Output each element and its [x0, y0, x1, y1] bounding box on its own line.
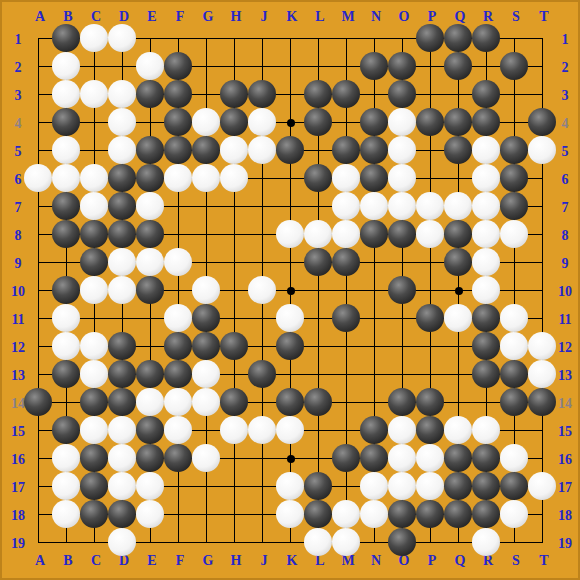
- white-stone-K18[interactable]: [276, 500, 304, 528]
- black-stone-P11[interactable]: [416, 304, 444, 332]
- col-label-bottom-K: K: [278, 551, 306, 571]
- white-stone-J4[interactable]: [248, 108, 276, 136]
- col-label-top-L: L: [306, 7, 334, 27]
- black-stone-B10[interactable]: [52, 276, 80, 304]
- black-stone-D7[interactable]: [108, 192, 136, 220]
- black-stone-C14[interactable]: [80, 388, 108, 416]
- black-stone-F4[interactable]: [164, 108, 192, 136]
- white-stone-E18[interactable]: [136, 500, 164, 528]
- black-stone-S5[interactable]: [500, 136, 528, 164]
- white-stone-G13[interactable]: [192, 360, 220, 388]
- black-stone-Q4[interactable]: [444, 108, 472, 136]
- white-stone-G4[interactable]: [192, 108, 220, 136]
- white-stone-B6[interactable]: [52, 164, 80, 192]
- white-stone-D3[interactable]: [108, 80, 136, 108]
- star-point-K10: [287, 287, 295, 295]
- white-stone-F9[interactable]: [164, 248, 192, 276]
- black-stone-R4[interactable]: [472, 108, 500, 136]
- row-label-left-19: 19: [4, 534, 32, 554]
- black-stone-S13[interactable]: [500, 360, 528, 388]
- black-stone-C17[interactable]: [80, 472, 108, 500]
- white-stone-G14[interactable]: [192, 388, 220, 416]
- white-stone-E9[interactable]: [136, 248, 164, 276]
- star-point-K4: [287, 119, 295, 127]
- black-stone-N5[interactable]: [360, 136, 388, 164]
- white-stone-L19[interactable]: [304, 528, 332, 556]
- black-stone-E6[interactable]: [136, 164, 164, 192]
- row-label-left-3: 3: [4, 86, 32, 106]
- black-stone-Q17[interactable]: [444, 472, 472, 500]
- black-stone-F12[interactable]: [164, 332, 192, 360]
- white-stone-N17[interactable]: [360, 472, 388, 500]
- row-label-left-18: 18: [4, 506, 32, 526]
- col-label-top-H: H: [222, 7, 250, 27]
- row-label-left-16: 16: [4, 450, 32, 470]
- black-stone-O14[interactable]: [388, 388, 416, 416]
- white-stone-B12[interactable]: [52, 332, 80, 360]
- black-stone-H4[interactable]: [220, 108, 248, 136]
- black-stone-R3[interactable]: [472, 80, 500, 108]
- black-stone-B8[interactable]: [52, 220, 80, 248]
- col-label-bottom-Q: Q: [446, 551, 474, 571]
- row-label-right-11: 11: [551, 310, 579, 330]
- black-stone-L6[interactable]: [304, 164, 332, 192]
- black-stone-B13[interactable]: [52, 360, 80, 388]
- black-stone-N2[interactable]: [360, 52, 388, 80]
- white-stone-R15[interactable]: [472, 416, 500, 444]
- white-stone-G10[interactable]: [192, 276, 220, 304]
- black-stone-L17[interactable]: [304, 472, 332, 500]
- black-stone-B15[interactable]: [52, 416, 80, 444]
- white-stone-O16[interactable]: [388, 444, 416, 472]
- white-stone-S11[interactable]: [500, 304, 528, 332]
- row-label-right-3: 3: [551, 86, 579, 106]
- white-stone-E17[interactable]: [136, 472, 164, 500]
- white-stone-F14[interactable]: [164, 388, 192, 416]
- row-label-left-11: 11: [4, 310, 32, 330]
- col-label-bottom-S: S: [502, 551, 530, 571]
- white-stone-T5[interactable]: [528, 136, 556, 164]
- col-label-bottom-B: B: [54, 551, 82, 571]
- white-stone-B17[interactable]: [52, 472, 80, 500]
- col-label-top-S: S: [502, 7, 530, 27]
- black-stone-M3[interactable]: [332, 80, 360, 108]
- black-stone-C18[interactable]: [80, 500, 108, 528]
- white-stone-O7[interactable]: [388, 192, 416, 220]
- white-stone-O17[interactable]: [388, 472, 416, 500]
- black-stone-E5[interactable]: [136, 136, 164, 164]
- black-stone-P15[interactable]: [416, 416, 444, 444]
- star-point-Q10: [455, 287, 463, 295]
- col-label-top-E: E: [138, 7, 166, 27]
- white-stone-S18[interactable]: [500, 500, 528, 528]
- white-stone-F6[interactable]: [164, 164, 192, 192]
- black-stone-S7[interactable]: [500, 192, 528, 220]
- white-stone-C6[interactable]: [80, 164, 108, 192]
- white-stone-S16[interactable]: [500, 444, 528, 472]
- white-stone-R19[interactable]: [472, 528, 500, 556]
- white-stone-R6[interactable]: [472, 164, 500, 192]
- black-stone-J3[interactable]: [248, 80, 276, 108]
- black-stone-C9[interactable]: [80, 248, 108, 276]
- white-stone-G16[interactable]: [192, 444, 220, 472]
- white-stone-K15[interactable]: [276, 416, 304, 444]
- white-stone-S12[interactable]: [500, 332, 528, 360]
- black-stone-Q8[interactable]: [444, 220, 472, 248]
- black-stone-E10[interactable]: [136, 276, 164, 304]
- black-stone-H12[interactable]: [220, 332, 248, 360]
- row-label-left-15: 15: [4, 422, 32, 442]
- col-label-top-K: K: [278, 7, 306, 27]
- row-label-left-1: 1: [4, 30, 32, 50]
- black-stone-R11[interactable]: [472, 304, 500, 332]
- row-label-right-18: 18: [551, 506, 579, 526]
- black-stone-S17[interactable]: [500, 472, 528, 500]
- col-label-top-T: T: [530, 7, 558, 27]
- black-stone-C8[interactable]: [80, 220, 108, 248]
- white-stone-C3[interactable]: [80, 80, 108, 108]
- white-stone-M8[interactable]: [332, 220, 360, 248]
- white-stone-N18[interactable]: [360, 500, 388, 528]
- row-label-left-9: 9: [4, 254, 32, 274]
- white-stone-Q7[interactable]: [444, 192, 472, 220]
- black-stone-L4[interactable]: [304, 108, 332, 136]
- white-stone-B11[interactable]: [52, 304, 80, 332]
- white-stone-H5[interactable]: [220, 136, 248, 164]
- go-board: AABBCCDDEEFFGGHHJJKKLLMMNNOOPPQQRRSSTT11…: [0, 0, 580, 580]
- row-label-right-1: 1: [551, 30, 579, 50]
- row-label-right-2: 2: [551, 58, 579, 78]
- col-label-top-N: N: [362, 7, 390, 27]
- row-label-right-16: 16: [551, 450, 579, 470]
- white-stone-N7[interactable]: [360, 192, 388, 220]
- black-stone-K12[interactable]: [276, 332, 304, 360]
- black-stone-R18[interactable]: [472, 500, 500, 528]
- black-stone-Q1[interactable]: [444, 24, 472, 52]
- black-stone-S14[interactable]: [500, 388, 528, 416]
- black-stone-E13[interactable]: [136, 360, 164, 388]
- black-stone-R12[interactable]: [472, 332, 500, 360]
- col-label-bottom-N: N: [362, 551, 390, 571]
- row-label-right-8: 8: [551, 226, 579, 246]
- black-stone-R17[interactable]: [472, 472, 500, 500]
- col-label-bottom-J: J: [250, 551, 278, 571]
- col-label-top-G: G: [194, 7, 222, 27]
- white-stone-A6[interactable]: [24, 164, 52, 192]
- white-stone-S8[interactable]: [500, 220, 528, 248]
- white-stone-Q15[interactable]: [444, 416, 472, 444]
- black-stone-E3[interactable]: [136, 80, 164, 108]
- white-stone-R10[interactable]: [472, 276, 500, 304]
- white-stone-T12[interactable]: [528, 332, 556, 360]
- black-stone-N16[interactable]: [360, 444, 388, 472]
- black-stone-E8[interactable]: [136, 220, 164, 248]
- col-label-bottom-T: T: [530, 551, 558, 571]
- row-label-left-10: 10: [4, 282, 32, 302]
- black-stone-O19[interactable]: [388, 528, 416, 556]
- white-stone-B16[interactable]: [52, 444, 80, 472]
- black-stone-M11[interactable]: [332, 304, 360, 332]
- black-stone-F5[interactable]: [164, 136, 192, 164]
- black-stone-F13[interactable]: [164, 360, 192, 388]
- row-label-left-13: 13: [4, 366, 32, 386]
- white-stone-D5[interactable]: [108, 136, 136, 164]
- white-stone-J15[interactable]: [248, 416, 276, 444]
- black-stone-F2[interactable]: [164, 52, 192, 80]
- white-stone-O4[interactable]: [388, 108, 416, 136]
- black-stone-N8[interactable]: [360, 220, 388, 248]
- white-stone-P7[interactable]: [416, 192, 444, 220]
- white-stone-D16[interactable]: [108, 444, 136, 472]
- white-stone-P17[interactable]: [416, 472, 444, 500]
- white-stone-R5[interactable]: [472, 136, 500, 164]
- white-stone-E7[interactable]: [136, 192, 164, 220]
- black-stone-P14[interactable]: [416, 388, 444, 416]
- col-label-top-J: J: [250, 7, 278, 27]
- white-stone-O15[interactable]: [388, 416, 416, 444]
- black-stone-A14[interactable]: [24, 388, 52, 416]
- col-label-top-M: M: [334, 7, 362, 27]
- white-stone-C1[interactable]: [80, 24, 108, 52]
- black-stone-P4[interactable]: [416, 108, 444, 136]
- black-stone-B4[interactable]: [52, 108, 80, 136]
- col-label-top-A: A: [26, 7, 54, 27]
- black-stone-F3[interactable]: [164, 80, 192, 108]
- white-stone-C13[interactable]: [80, 360, 108, 388]
- white-stone-R8[interactable]: [472, 220, 500, 248]
- black-stone-N6[interactable]: [360, 164, 388, 192]
- black-stone-M5[interactable]: [332, 136, 360, 164]
- white-stone-E2[interactable]: [136, 52, 164, 80]
- black-stone-S6[interactable]: [500, 164, 528, 192]
- white-stone-H15[interactable]: [220, 416, 248, 444]
- black-stone-K5[interactable]: [276, 136, 304, 164]
- black-stone-N15[interactable]: [360, 416, 388, 444]
- black-stone-Q16[interactable]: [444, 444, 472, 472]
- black-stone-H3[interactable]: [220, 80, 248, 108]
- row-label-left-7: 7: [4, 198, 32, 218]
- white-stone-B5[interactable]: [52, 136, 80, 164]
- black-stone-D14[interactable]: [108, 388, 136, 416]
- white-stone-D19[interactable]: [108, 528, 136, 556]
- white-stone-Q11[interactable]: [444, 304, 472, 332]
- black-stone-C16[interactable]: [80, 444, 108, 472]
- col-label-bottom-E: E: [138, 551, 166, 571]
- black-stone-D12[interactable]: [108, 332, 136, 360]
- black-stone-G5[interactable]: [192, 136, 220, 164]
- black-stone-T14[interactable]: [528, 388, 556, 416]
- row-label-left-8: 8: [4, 226, 32, 246]
- white-stone-L8[interactable]: [304, 220, 332, 248]
- black-stone-B1[interactable]: [52, 24, 80, 52]
- white-stone-G6[interactable]: [192, 164, 220, 192]
- black-stone-S2[interactable]: [500, 52, 528, 80]
- col-label-bottom-A: A: [26, 551, 54, 571]
- white-stone-M18[interactable]: [332, 500, 360, 528]
- col-label-bottom-C: C: [82, 551, 110, 571]
- col-label-top-O: O: [390, 7, 418, 27]
- white-stone-P16[interactable]: [416, 444, 444, 472]
- black-stone-F16[interactable]: [164, 444, 192, 472]
- black-stone-H14[interactable]: [220, 388, 248, 416]
- white-stone-J5[interactable]: [248, 136, 276, 164]
- white-stone-H6[interactable]: [220, 164, 248, 192]
- white-stone-C10[interactable]: [80, 276, 108, 304]
- black-stone-D6[interactable]: [108, 164, 136, 192]
- row-label-left-5: 5: [4, 142, 32, 162]
- white-stone-C7[interactable]: [80, 192, 108, 220]
- white-stone-D1[interactable]: [108, 24, 136, 52]
- black-stone-R13[interactable]: [472, 360, 500, 388]
- white-stone-D10[interactable]: [108, 276, 136, 304]
- white-stone-D4[interactable]: [108, 108, 136, 136]
- white-stone-O5[interactable]: [388, 136, 416, 164]
- black-stone-L3[interactable]: [304, 80, 332, 108]
- row-label-left-4: 4: [4, 114, 32, 134]
- row-label-left-17: 17: [4, 478, 32, 498]
- white-stone-B2[interactable]: [52, 52, 80, 80]
- black-stone-E15[interactable]: [136, 416, 164, 444]
- col-label-bottom-H: H: [222, 551, 250, 571]
- black-stone-O2[interactable]: [388, 52, 416, 80]
- row-label-right-15: 15: [551, 422, 579, 442]
- row-label-right-10: 10: [551, 282, 579, 302]
- white-stone-K11[interactable]: [276, 304, 304, 332]
- black-stone-Q9[interactable]: [444, 248, 472, 276]
- black-stone-E16[interactable]: [136, 444, 164, 472]
- black-stone-R1[interactable]: [472, 24, 500, 52]
- white-stone-T13[interactable]: [528, 360, 556, 388]
- black-stone-T4[interactable]: [528, 108, 556, 136]
- col-label-bottom-F: F: [166, 551, 194, 571]
- white-stone-C12[interactable]: [80, 332, 108, 360]
- white-stone-J10[interactable]: [248, 276, 276, 304]
- row-label-right-9: 9: [551, 254, 579, 274]
- white-stone-F11[interactable]: [164, 304, 192, 332]
- black-stone-P18[interactable]: [416, 500, 444, 528]
- white-stone-D15[interactable]: [108, 416, 136, 444]
- white-stone-P8[interactable]: [416, 220, 444, 248]
- col-label-bottom-P: P: [418, 551, 446, 571]
- black-stone-J13[interactable]: [248, 360, 276, 388]
- black-stone-P1[interactable]: [416, 24, 444, 52]
- black-stone-L14[interactable]: [304, 388, 332, 416]
- row-label-left-12: 12: [4, 338, 32, 358]
- black-stone-Q18[interactable]: [444, 500, 472, 528]
- white-stone-D17[interactable]: [108, 472, 136, 500]
- row-label-right-7: 7: [551, 198, 579, 218]
- white-stone-E14[interactable]: [136, 388, 164, 416]
- black-stone-G11[interactable]: [192, 304, 220, 332]
- white-stone-K17[interactable]: [276, 472, 304, 500]
- col-label-bottom-G: G: [194, 551, 222, 571]
- white-stone-C15[interactable]: [80, 416, 108, 444]
- white-stone-T17[interactable]: [528, 472, 556, 500]
- black-stone-L9[interactable]: [304, 248, 332, 276]
- white-stone-R7[interactable]: [472, 192, 500, 220]
- row-label-right-6: 6: [551, 170, 579, 190]
- black-stone-M16[interactable]: [332, 444, 360, 472]
- row-label-right-19: 19: [551, 534, 579, 554]
- black-stone-D13[interactable]: [108, 360, 136, 388]
- black-stone-O10[interactable]: [388, 276, 416, 304]
- white-stone-B18[interactable]: [52, 500, 80, 528]
- white-stone-R9[interactable]: [472, 248, 500, 276]
- black-stone-O3[interactable]: [388, 80, 416, 108]
- black-stone-D18[interactable]: [108, 500, 136, 528]
- white-stone-F15[interactable]: [164, 416, 192, 444]
- black-stone-O18[interactable]: [388, 500, 416, 528]
- white-stone-B3[interactable]: [52, 80, 80, 108]
- black-stone-R16[interactable]: [472, 444, 500, 472]
- white-stone-M6[interactable]: [332, 164, 360, 192]
- black-stone-N4[interactable]: [360, 108, 388, 136]
- white-stone-M19[interactable]: [332, 528, 360, 556]
- col-label-top-F: F: [166, 7, 194, 27]
- row-label-left-2: 2: [4, 58, 32, 78]
- black-stone-O8[interactable]: [388, 220, 416, 248]
- black-stone-D8[interactable]: [108, 220, 136, 248]
- white-stone-M7[interactable]: [332, 192, 360, 220]
- black-stone-K14[interactable]: [276, 388, 304, 416]
- star-point-K16: [287, 455, 295, 463]
- white-stone-D9[interactable]: [108, 248, 136, 276]
- black-stone-M9[interactable]: [332, 248, 360, 276]
- black-stone-B7[interactable]: [52, 192, 80, 220]
- black-stone-L18[interactable]: [304, 500, 332, 528]
- black-stone-G12[interactable]: [192, 332, 220, 360]
- black-stone-Q5[interactable]: [444, 136, 472, 164]
- white-stone-O6[interactable]: [388, 164, 416, 192]
- white-stone-K8[interactable]: [276, 220, 304, 248]
- black-stone-Q2[interactable]: [444, 52, 472, 80]
